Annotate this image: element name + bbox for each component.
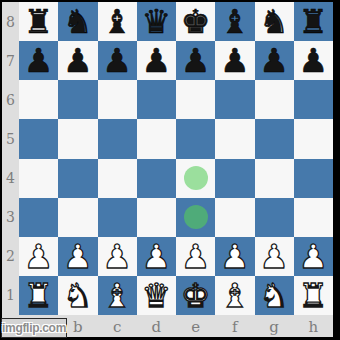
board-frame: 87654321 ♜♞♝♛♚♝♞♜♟♟♟♟♟♟♟♟♟♟♟♟♟♟♟♟♜♞♝♛♚♝♞…	[2, 2, 333, 337]
square-c5[interactable]	[98, 119, 137, 158]
white-bishop-f1[interactable]: ♝	[215, 276, 254, 315]
square-g6[interactable]	[255, 80, 294, 119]
black-knight-g8[interactable]: ♞	[255, 2, 294, 41]
square-d6[interactable]	[137, 80, 176, 119]
square-a8[interactable]: ♜	[19, 2, 58, 41]
file-label-h: h	[294, 315, 333, 337]
square-c1[interactable]: ♝	[98, 276, 137, 315]
square-g7[interactable]: ♟	[255, 41, 294, 80]
imgflip-watermark: imgflip.com	[1, 318, 67, 338]
square-a5[interactable]	[19, 119, 58, 158]
white-knight-g1[interactable]: ♞	[255, 276, 294, 315]
white-pawn-h2[interactable]: ♟	[294, 237, 333, 276]
square-a6[interactable]	[19, 80, 58, 119]
file-label-d: d	[137, 315, 176, 337]
square-c6[interactable]	[98, 80, 137, 119]
rank-gutter: 87654321	[2, 2, 19, 315]
black-pawn-a7[interactable]: ♟	[19, 41, 58, 80]
white-rook-a1[interactable]: ♜	[19, 276, 58, 315]
move-hint-e4[interactable]	[184, 166, 208, 190]
square-g5[interactable]	[255, 119, 294, 158]
black-bishop-c8[interactable]: ♝	[98, 2, 137, 41]
rank-label-1: 1	[2, 276, 19, 315]
square-c7[interactable]: ♟	[98, 41, 137, 80]
rank-label-6: 6	[2, 80, 19, 119]
rank-label-3: 3	[2, 198, 19, 237]
square-h1[interactable]: ♜	[294, 276, 333, 315]
square-f6[interactable]	[215, 80, 254, 119]
white-pawn-d2[interactable]: ♟	[137, 237, 176, 276]
square-e8[interactable]: ♚	[176, 2, 215, 41]
square-f2[interactable]: ♟	[215, 237, 254, 276]
black-bishop-f8[interactable]: ♝	[215, 2, 254, 41]
watermark-text: imgflip.com	[2, 321, 66, 335]
square-d5[interactable]	[137, 119, 176, 158]
black-pawn-h7[interactable]: ♟	[294, 41, 333, 80]
black-pawn-e7[interactable]: ♟	[176, 41, 215, 80]
white-queen-d1[interactable]: ♛	[137, 276, 176, 315]
square-b5[interactable]	[58, 119, 97, 158]
square-d2[interactable]: ♟	[137, 237, 176, 276]
file-label-e: e	[176, 315, 215, 337]
square-b7[interactable]: ♟	[58, 41, 97, 80]
square-d3[interactable]	[137, 198, 176, 237]
rank-label-7: 7	[2, 41, 19, 80]
square-c2[interactable]: ♟	[98, 237, 137, 276]
square-c4[interactable]	[98, 159, 137, 198]
chess-board[interactable]: ♜♞♝♛♚♝♞♜♟♟♟♟♟♟♟♟♟♟♟♟♟♟♟♟♜♞♝♛♚♝♞♜	[19, 2, 333, 315]
square-a1[interactable]: ♜	[19, 276, 58, 315]
square-e1[interactable]: ♚	[176, 276, 215, 315]
square-f4[interactable]	[215, 159, 254, 198]
square-a7[interactable]: ♟	[19, 41, 58, 80]
white-pawn-a2[interactable]: ♟	[19, 237, 58, 276]
black-pawn-c7[interactable]: ♟	[98, 41, 137, 80]
black-pawn-b7[interactable]: ♟	[58, 41, 97, 80]
square-f3[interactable]	[215, 198, 254, 237]
square-h6[interactable]	[294, 80, 333, 119]
square-f1[interactable]: ♝	[215, 276, 254, 315]
file-label-f: f	[215, 315, 254, 337]
black-pawn-f7[interactable]: ♟	[215, 41, 254, 80]
white-king-e1[interactable]: ♚	[176, 276, 215, 315]
square-f5[interactable]	[215, 119, 254, 158]
square-e7[interactable]: ♟	[176, 41, 215, 80]
black-pawn-g7[interactable]: ♟	[255, 41, 294, 80]
rank-label-8: 8	[2, 2, 19, 41]
white-rook-h1[interactable]: ♜	[294, 276, 333, 315]
square-e3[interactable]	[176, 198, 215, 237]
file-label-c: c	[98, 315, 137, 337]
square-h5[interactable]	[294, 119, 333, 158]
rank-label-2: 2	[2, 237, 19, 276]
square-e5[interactable]	[176, 119, 215, 158]
square-d8[interactable]: ♛	[137, 2, 176, 41]
square-g4[interactable]	[255, 159, 294, 198]
square-c8[interactable]: ♝	[98, 2, 137, 41]
square-f7[interactable]: ♟	[215, 41, 254, 80]
square-b3[interactable]	[58, 198, 97, 237]
square-h2[interactable]: ♟	[294, 237, 333, 276]
rank-label-5: 5	[2, 119, 19, 158]
square-e4[interactable]	[176, 159, 215, 198]
square-e2[interactable]: ♟	[176, 237, 215, 276]
square-h7[interactable]: ♟	[294, 41, 333, 80]
square-d7[interactable]: ♟	[137, 41, 176, 80]
square-b8[interactable]: ♞	[58, 2, 97, 41]
square-b1[interactable]: ♞	[58, 276, 97, 315]
rank-label-4: 4	[2, 159, 19, 198]
square-b4[interactable]	[58, 159, 97, 198]
chess-app-screenshot: 87654321 ♜♞♝♛♚♝♞♜♟♟♟♟♟♟♟♟♟♟♟♟♟♟♟♟♜♞♝♛♚♝♞…	[0, 0, 340, 340]
square-g3[interactable]	[255, 198, 294, 237]
white-pawn-g2[interactable]: ♟	[255, 237, 294, 276]
white-pawn-c2[interactable]: ♟	[98, 237, 137, 276]
move-hint-e3[interactable]	[184, 205, 208, 229]
black-king-e8[interactable]: ♚	[176, 2, 215, 41]
square-g1[interactable]: ♞	[255, 276, 294, 315]
square-g8[interactable]: ♞	[255, 2, 294, 41]
file-label-g: g	[255, 315, 294, 337]
black-rook-a8[interactable]: ♜	[19, 2, 58, 41]
square-a2[interactable]: ♟	[19, 237, 58, 276]
black-pawn-d7[interactable]: ♟	[137, 41, 176, 80]
square-e6[interactable]	[176, 80, 215, 119]
black-knight-b8[interactable]: ♞	[58, 2, 97, 41]
square-b2[interactable]: ♟	[58, 237, 97, 276]
square-h3[interactable]	[294, 198, 333, 237]
black-rook-h8[interactable]: ♜	[294, 2, 333, 41]
white-pawn-e2[interactable]: ♟	[176, 237, 215, 276]
square-d4[interactable]	[137, 159, 176, 198]
square-g2[interactable]: ♟	[255, 237, 294, 276]
white-knight-b1[interactable]: ♞	[58, 276, 97, 315]
square-c3[interactable]	[98, 198, 137, 237]
square-f8[interactable]: ♝	[215, 2, 254, 41]
square-h8[interactable]: ♜	[294, 2, 333, 41]
black-queen-d8[interactable]: ♛	[137, 2, 176, 41]
square-a3[interactable]	[19, 198, 58, 237]
square-h4[interactable]	[294, 159, 333, 198]
square-d1[interactable]: ♛	[137, 276, 176, 315]
white-bishop-c1[interactable]: ♝	[98, 276, 137, 315]
white-pawn-f2[interactable]: ♟	[215, 237, 254, 276]
white-pawn-b2[interactable]: ♟	[58, 237, 97, 276]
square-a4[interactable]	[19, 159, 58, 198]
square-b6[interactable]	[58, 80, 97, 119]
